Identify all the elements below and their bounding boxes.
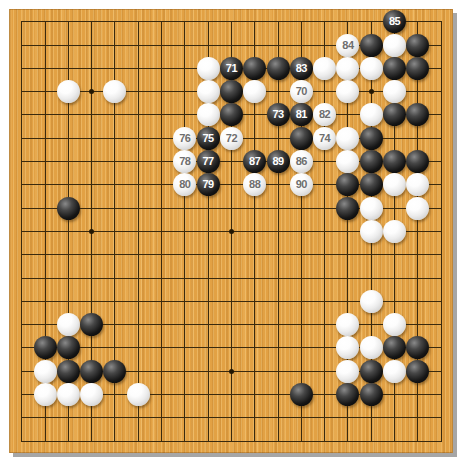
stone-black [360,150,383,173]
stone-black [57,360,80,383]
stone-black [243,57,266,80]
stone-white-move-80: 80 [173,173,196,196]
stone-white [360,290,383,313]
stone-black [336,383,359,406]
move-number: 78 [179,156,190,167]
star-point [89,229,94,234]
stone-black-move-71: 71 [220,57,243,80]
grid-line-vertical [278,21,279,441]
move-number: 70 [296,86,307,97]
stone-black [336,197,359,220]
stone-white [383,34,406,57]
move-number: 74 [319,133,330,144]
move-number: 86 [296,156,307,167]
stone-black-move-75: 75 [197,127,220,150]
stone-white-move-70: 70 [290,80,313,103]
grid-line-vertical [441,21,442,441]
stone-white-move-72: 72 [220,127,243,150]
grid-line-horizontal [21,254,441,255]
stone-black-move-85: 85 [383,10,406,33]
stone-white [197,80,220,103]
stone-white [243,80,266,103]
stone-black [383,336,406,359]
grid-line-vertical [324,21,325,441]
stone-black [34,336,57,359]
stone-white [57,80,80,103]
stone-white [336,313,359,336]
stone-black [103,360,126,383]
stone-black [360,383,383,406]
stone-white [336,360,359,383]
stone-black [220,80,243,103]
move-number: 84 [342,40,353,51]
stone-black [406,57,429,80]
move-number: 79 [202,179,213,190]
stone-white [383,220,406,243]
move-number: 81 [296,109,307,120]
stone-white [406,197,429,220]
stone-white [57,383,80,406]
stone-white [360,336,383,359]
stone-white [336,150,359,173]
stone-white [34,383,57,406]
stone-black [360,127,383,150]
stone-black [57,197,80,220]
stone-white [80,383,103,406]
grid-line-horizontal [21,278,441,279]
stone-black [360,34,383,57]
stone-white [57,313,80,336]
stone-white [383,313,406,336]
stone-white-move-76: 76 [173,127,196,150]
stone-white-move-84: 84 [336,34,359,57]
stone-black [57,336,80,359]
stone-black [80,360,103,383]
stone-white [406,173,429,196]
stone-white [383,80,406,103]
grid-line-horizontal [21,417,441,418]
stone-black [406,336,429,359]
stone-white [383,173,406,196]
stone-black-move-79: 79 [197,173,220,196]
move-number: 82 [319,109,330,120]
stone-black-move-87: 87 [243,150,266,173]
stone-white-move-86: 86 [290,150,313,173]
stone-black [290,383,313,406]
stone-white [197,103,220,126]
stone-black [360,173,383,196]
stone-black [383,57,406,80]
stone-black-move-77: 77 [197,150,220,173]
move-number: 87 [249,156,260,167]
stone-white [127,383,150,406]
stone-black [383,103,406,126]
stone-white [383,360,406,383]
star-point [229,229,234,234]
move-number: 75 [202,133,213,144]
stone-white [197,57,220,80]
stone-black [406,150,429,173]
stone-black [267,57,290,80]
stone-white [336,127,359,150]
move-number: 88 [249,179,260,190]
go-board[interactable]: 8584718370738182767572747877878986807988… [9,9,453,453]
stone-white [360,103,383,126]
move-number: 90 [296,179,307,190]
stone-white [360,220,383,243]
stone-white-move-88: 88 [243,173,266,196]
stone-white [360,197,383,220]
stone-black [336,173,359,196]
move-number: 89 [272,156,283,167]
stone-black-move-83: 83 [290,57,313,80]
stone-black-move-73: 73 [267,103,290,126]
stone-white [103,80,126,103]
star-point [229,369,234,374]
move-number: 85 [389,16,400,27]
stone-black-move-81: 81 [290,103,313,126]
move-number: 77 [202,156,213,167]
stone-white [336,80,359,103]
stone-white-move-74: 74 [313,127,336,150]
stone-black [383,150,406,173]
stone-black [406,360,429,383]
move-number: 76 [179,133,190,144]
stone-black [290,127,313,150]
stone-black [220,103,243,126]
star-point [89,89,94,94]
stone-black [360,360,383,383]
move-number: 71 [226,63,237,74]
stone-white-move-90: 90 [290,173,313,196]
stone-white-move-78: 78 [173,150,196,173]
stone-black [406,34,429,57]
stone-white [313,57,336,80]
stone-black [406,103,429,126]
stone-white [336,336,359,359]
stone-white [34,360,57,383]
move-number: 83 [296,63,307,74]
stone-white-move-82: 82 [313,103,336,126]
move-number: 80 [179,179,190,190]
go-diagram-page: 8584718370738182767572747877878986807988… [0,0,465,465]
star-point [369,89,374,94]
move-number: 73 [272,109,283,120]
stone-black [80,313,103,336]
move-number: 72 [226,133,237,144]
stone-black-move-89: 89 [267,150,290,173]
grid-line-horizontal [21,441,441,442]
stone-white [336,57,359,80]
stone-white [360,57,383,80]
